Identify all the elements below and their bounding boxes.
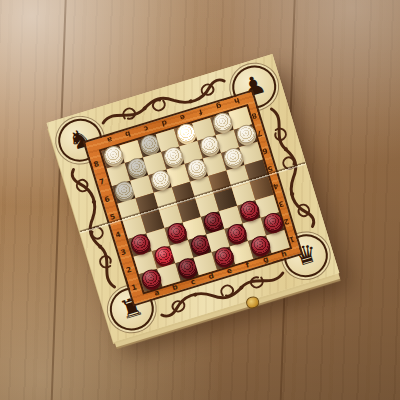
square-e1 <box>212 247 236 270</box>
table-plank-seam <box>49 0 67 400</box>
photo-background: ♞ ♟ ♛ ♜ abcdefgh abcdefgh 87654321 87654… <box>0 0 400 400</box>
square-g1 <box>248 235 272 258</box>
square-h1 <box>266 230 290 253</box>
checkers-board: ♞ ♟ ♛ ♜ abcdefgh abcdefgh 87654321 87654… <box>47 54 340 342</box>
square-a1 <box>139 269 163 292</box>
